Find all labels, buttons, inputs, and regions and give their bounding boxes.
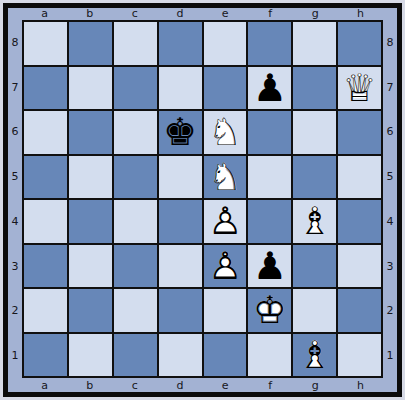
rank-label-3: 3 (383, 244, 397, 289)
square-f4[interactable] (248, 200, 291, 243)
square-h4[interactable] (338, 200, 381, 243)
square-g5[interactable] (293, 156, 336, 199)
square-h8[interactable] (338, 22, 381, 65)
square-a2[interactable] (24, 289, 67, 332)
square-d3[interactable] (159, 245, 202, 288)
square-e3[interactable]: ♟♙ (204, 245, 247, 288)
white-pawn-icon: ♟♙ (208, 202, 242, 240)
square-c8[interactable] (114, 22, 157, 65)
square-a1[interactable] (24, 334, 67, 377)
square-e4[interactable]: ♟♙ (204, 200, 247, 243)
square-c4[interactable] (114, 200, 157, 243)
rank-label-8: 8 (8, 20, 22, 65)
file-label-b: b (67, 379, 112, 392)
square-d5[interactable] (159, 156, 202, 199)
square-b8[interactable] (69, 22, 112, 65)
square-h2[interactable] (338, 289, 381, 332)
square-a7[interactable] (24, 67, 67, 110)
square-b5[interactable] (69, 156, 112, 199)
square-b4[interactable] (69, 200, 112, 243)
square-g7[interactable] (293, 67, 336, 110)
rank-labels-left: 87654321 (8, 20, 22, 378)
file-label-a: a (22, 7, 67, 20)
rank-label-1: 1 (8, 333, 22, 378)
square-g4[interactable]: ♝♗ (293, 200, 336, 243)
square-f3[interactable]: ♟ (248, 245, 291, 288)
square-g3[interactable] (293, 245, 336, 288)
rank-label-2: 2 (8, 289, 22, 334)
file-label-f: f (248, 7, 293, 20)
square-g1[interactable]: ♝♗ (293, 334, 336, 377)
rank-label-4: 4 (383, 199, 397, 244)
square-h7[interactable]: ♛♕ (338, 67, 381, 110)
rank-labels-right: 87654321 (383, 20, 397, 378)
square-f6[interactable] (248, 111, 291, 154)
rank-label-7: 7 (383, 65, 397, 110)
square-a6[interactable] (24, 111, 67, 154)
file-label-a: a (22, 379, 67, 392)
file-label-g: g (293, 379, 338, 392)
square-e6[interactable]: ♞♘ (204, 111, 247, 154)
square-c1[interactable] (114, 334, 157, 377)
rank-label-1: 1 (383, 333, 397, 378)
rank-label-3: 3 (8, 244, 22, 289)
rank-label-6: 6 (8, 110, 22, 155)
square-f7[interactable]: ♟ (248, 67, 291, 110)
square-e2[interactable] (204, 289, 247, 332)
file-label-c: c (112, 7, 157, 20)
square-g6[interactable] (293, 111, 336, 154)
square-d4[interactable] (159, 200, 202, 243)
file-label-e: e (203, 379, 248, 392)
board: ♟♛♕♚♞♘♞♘♟♙♝♗♟♙♟♚♔♝♗ (22, 20, 383, 378)
white-knight-icon: ♞♘ (208, 113, 242, 151)
square-d1[interactable] (159, 334, 202, 377)
file-labels-top: abcdefgh (22, 7, 383, 20)
square-b6[interactable] (69, 111, 112, 154)
square-d2[interactable] (159, 289, 202, 332)
square-f2[interactable]: ♚♔ (248, 289, 291, 332)
square-b7[interactable] (69, 67, 112, 110)
file-label-h: h (338, 7, 383, 20)
rank-label-8: 8 (383, 20, 397, 65)
white-pawn-icon: ♟♙ (208, 247, 242, 285)
file-label-f: f (248, 379, 293, 392)
rank-label-2: 2 (383, 289, 397, 334)
square-b2[interactable] (69, 289, 112, 332)
file-label-h: h (338, 379, 383, 392)
square-e7[interactable] (204, 67, 247, 110)
rank-label-6: 6 (383, 110, 397, 155)
square-c2[interactable] (114, 289, 157, 332)
white-queen-icon: ♛♕ (343, 69, 377, 107)
board-frame: abcdefgh abcdefgh 87654321 87654321 ♟♛♕♚… (3, 3, 402, 397)
file-label-g: g (293, 7, 338, 20)
white-bishop-icon: ♝♗ (298, 202, 332, 240)
square-h3[interactable] (338, 245, 381, 288)
square-b3[interactable] (69, 245, 112, 288)
file-label-c: c (112, 379, 157, 392)
rank-label-5: 5 (8, 154, 22, 199)
black-king-icon: ♚ (163, 113, 197, 151)
square-c5[interactable] (114, 156, 157, 199)
square-c7[interactable] (114, 67, 157, 110)
square-h1[interactable] (338, 334, 381, 377)
square-e8[interactable] (204, 22, 247, 65)
square-f8[interactable] (248, 22, 291, 65)
square-h6[interactable] (338, 111, 381, 154)
square-a8[interactable] (24, 22, 67, 65)
rank-label-7: 7 (8, 65, 22, 110)
square-e1[interactable] (204, 334, 247, 377)
square-e5[interactable]: ♞♘ (204, 156, 247, 199)
square-f5[interactable] (248, 156, 291, 199)
file-labels-bottom: abcdefgh (22, 379, 383, 392)
square-f1[interactable] (248, 334, 291, 377)
white-knight-icon: ♞♘ (208, 158, 242, 196)
square-a3[interactable] (24, 245, 67, 288)
square-g2[interactable] (293, 289, 336, 332)
white-king-icon: ♚♔ (253, 291, 287, 329)
rank-label-5: 5 (383, 154, 397, 199)
black-pawn-icon: ♟ (253, 247, 287, 285)
black-pawn-icon: ♟ (253, 69, 287, 107)
square-c6[interactable] (114, 111, 157, 154)
file-label-d: d (157, 379, 202, 392)
square-c3[interactable] (114, 245, 157, 288)
chess-diagram: abcdefgh abcdefgh 87654321 87654321 ♟♛♕♚… (0, 0, 405, 400)
square-a5[interactable] (24, 156, 67, 199)
square-a4[interactable] (24, 200, 67, 243)
square-d7[interactable] (159, 67, 202, 110)
square-h5[interactable] (338, 156, 381, 199)
rank-label-4: 4 (8, 199, 22, 244)
white-bishop-icon: ♝♗ (298, 336, 332, 374)
square-d6[interactable]: ♚ (159, 111, 202, 154)
file-label-e: e (203, 7, 248, 20)
square-b1[interactable] (69, 334, 112, 377)
file-label-b: b (67, 7, 112, 20)
square-g8[interactable] (293, 22, 336, 65)
file-label-d: d (157, 7, 202, 20)
square-d8[interactable] (159, 22, 202, 65)
